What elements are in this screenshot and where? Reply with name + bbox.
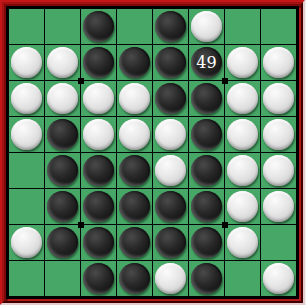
white-disc — [11, 119, 42, 150]
board-cell-d6[interactable] — [117, 189, 152, 224]
board-cell-g3[interactable] — [225, 81, 260, 116]
black-disc — [155, 191, 186, 222]
board-cell-h3[interactable] — [261, 81, 296, 116]
board: 49 — [9, 9, 296, 296]
white-disc — [227, 83, 258, 114]
black-disc — [155, 83, 186, 114]
white-disc — [227, 191, 258, 222]
board-cell-e6[interactable] — [153, 189, 188, 224]
black-disc — [119, 191, 150, 222]
board-cell-b2[interactable] — [45, 45, 80, 80]
board-cell-a4[interactable] — [9, 117, 44, 152]
board-cell-g2[interactable] — [225, 45, 260, 80]
black-disc — [191, 155, 222, 186]
star-point-bottom-right — [222, 222, 228, 228]
black-disc — [119, 227, 150, 258]
black-disc — [191, 119, 222, 150]
board-cell-b6[interactable] — [45, 189, 80, 224]
white-disc — [155, 263, 186, 294]
board-cell-h1[interactable] — [261, 9, 296, 44]
black-disc — [191, 83, 222, 114]
board-cell-h6[interactable] — [261, 189, 296, 224]
white-disc — [263, 83, 294, 114]
board-frame: 49 — [0, 0, 305, 305]
white-disc — [11, 83, 42, 114]
board-cell-d7[interactable] — [117, 225, 152, 260]
board-cell-a2[interactable] — [9, 45, 44, 80]
board-cell-a3[interactable] — [9, 81, 44, 116]
board-cell-f6[interactable] — [189, 189, 224, 224]
board-cell-c8[interactable] — [81, 261, 116, 296]
board-cell-a6[interactable] — [9, 189, 44, 224]
board-cell-c7[interactable] — [81, 225, 116, 260]
board-cell-b5[interactable] — [45, 153, 80, 188]
board-cell-b7[interactable] — [45, 225, 80, 260]
black-disc — [191, 227, 222, 258]
white-disc — [227, 227, 258, 258]
black-disc — [119, 47, 150, 78]
black-disc — [83, 227, 114, 258]
board-cell-b1[interactable] — [45, 9, 80, 44]
board-cell-d5[interactable] — [117, 153, 152, 188]
black-disc: 49 — [191, 47, 222, 78]
black-disc — [191, 263, 222, 294]
board-cell-g1[interactable] — [225, 9, 260, 44]
black-disc — [155, 227, 186, 258]
board-cell-f1[interactable] — [189, 9, 224, 44]
star-point-top-left — [78, 78, 84, 84]
board-cell-g5[interactable] — [225, 153, 260, 188]
board-cell-d4[interactable] — [117, 117, 152, 152]
black-disc — [47, 119, 78, 150]
black-disc — [83, 155, 114, 186]
black-disc — [83, 47, 114, 78]
white-disc — [47, 83, 78, 114]
board-cell-f8[interactable] — [189, 261, 224, 296]
board-cell-c2[interactable] — [81, 45, 116, 80]
white-disc — [155, 155, 186, 186]
white-disc — [119, 83, 150, 114]
black-disc — [119, 155, 150, 186]
board-area: 49 — [9, 9, 296, 296]
white-disc — [263, 47, 294, 78]
white-disc — [263, 119, 294, 150]
board-cell-b3[interactable] — [45, 81, 80, 116]
star-point-bottom-left — [78, 222, 84, 228]
board-cell-f3[interactable] — [189, 81, 224, 116]
board-cell-f5[interactable] — [189, 153, 224, 188]
star-point-top-right — [222, 78, 228, 84]
board-cell-h4[interactable] — [261, 117, 296, 152]
board-cell-c5[interactable] — [81, 153, 116, 188]
board-cell-a7[interactable] — [9, 225, 44, 260]
board-cell-g8[interactable] — [225, 261, 260, 296]
black-disc — [119, 263, 150, 294]
black-disc — [83, 263, 114, 294]
board-cell-h5[interactable] — [261, 153, 296, 188]
board-frame-bevel: 49 — [2, 2, 303, 303]
board-cell-b4[interactable] — [45, 117, 80, 152]
white-disc — [83, 119, 114, 150]
black-disc — [83, 191, 114, 222]
board-cell-d3[interactable] — [117, 81, 152, 116]
board-cell-d8[interactable] — [117, 261, 152, 296]
last-move-number: 49 — [196, 55, 216, 71]
board-cell-a1[interactable] — [9, 9, 44, 44]
board-frame-inner: 49 — [6, 6, 299, 299]
white-disc — [11, 47, 42, 78]
board-cell-g4[interactable] — [225, 117, 260, 152]
board-cell-h2[interactable] — [261, 45, 296, 80]
white-disc — [11, 227, 42, 258]
board-cell-h8[interactable] — [261, 261, 296, 296]
board-cell-b8[interactable] — [45, 261, 80, 296]
board-cell-e7[interactable] — [153, 225, 188, 260]
board-cell-a8[interactable] — [9, 261, 44, 296]
board-cell-c3[interactable] — [81, 81, 116, 116]
white-disc — [227, 155, 258, 186]
board-cell-c1[interactable] — [81, 9, 116, 44]
white-disc — [83, 83, 114, 114]
board-cell-f7[interactable] — [189, 225, 224, 260]
white-disc — [191, 11, 222, 42]
board-cell-h7[interactable] — [261, 225, 296, 260]
black-disc — [155, 11, 186, 42]
white-disc — [119, 119, 150, 150]
black-disc — [83, 11, 114, 42]
white-disc — [227, 119, 258, 150]
white-disc — [227, 47, 258, 78]
black-disc — [191, 191, 222, 222]
board-cell-e5[interactable] — [153, 153, 188, 188]
board-cell-f2[interactable]: 49 — [189, 45, 224, 80]
white-disc — [47, 47, 78, 78]
white-disc — [263, 263, 294, 294]
black-disc — [47, 155, 78, 186]
white-disc — [263, 155, 294, 186]
board-cell-e1[interactable] — [153, 9, 188, 44]
black-disc — [47, 191, 78, 222]
board-cell-d2[interactable] — [117, 45, 152, 80]
board-cell-e3[interactable] — [153, 81, 188, 116]
board-cell-a5[interactable] — [9, 153, 44, 188]
white-disc — [263, 191, 294, 222]
board-cell-d1[interactable] — [117, 9, 152, 44]
black-disc — [155, 47, 186, 78]
board-cell-g7[interactable] — [225, 225, 260, 260]
board-cell-c6[interactable] — [81, 189, 116, 224]
board-cell-f4[interactable] — [189, 117, 224, 152]
board-cell-g6[interactable] — [225, 189, 260, 224]
board-cell-c4[interactable] — [81, 117, 116, 152]
board-cell-e4[interactable] — [153, 117, 188, 152]
black-disc — [47, 227, 78, 258]
white-disc — [155, 119, 186, 150]
board-cell-e8[interactable] — [153, 261, 188, 296]
board-cell-e2[interactable] — [153, 45, 188, 80]
